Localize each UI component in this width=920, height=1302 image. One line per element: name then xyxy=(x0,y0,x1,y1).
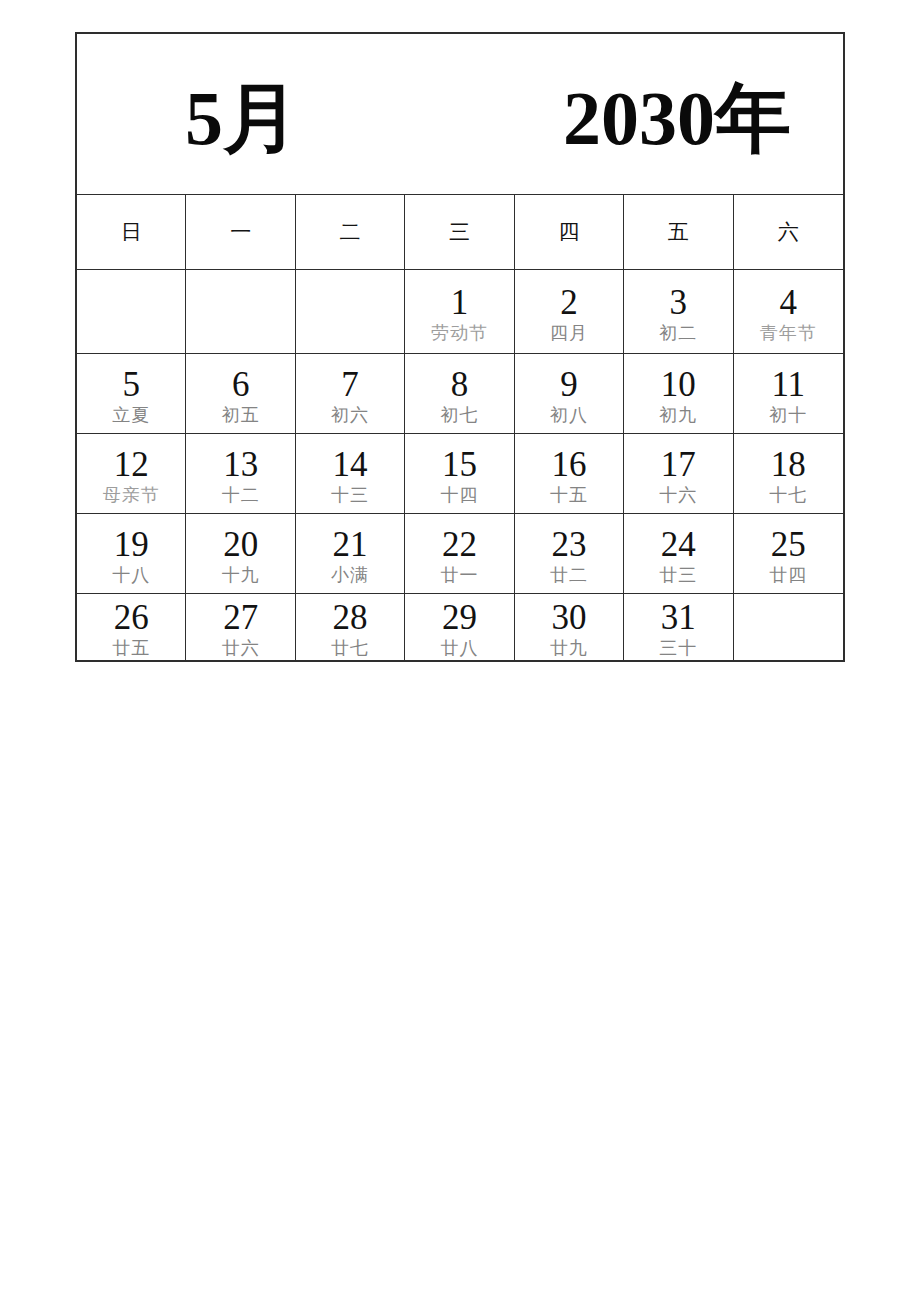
lunar-date-label: 初二 xyxy=(659,323,697,344)
day-cell-20: 20十九 xyxy=(186,514,295,593)
week-row-5: 26廿五27廿六28廿七29廿八30廿九31三十 xyxy=(77,594,843,660)
festival-label: 青年节 xyxy=(760,323,817,344)
lunar-date-label: 廿二 xyxy=(550,565,588,586)
weekday-tue: 二 xyxy=(296,195,405,269)
day-number: 19 xyxy=(114,527,149,563)
day-cell-16: 16十五 xyxy=(515,434,624,513)
day-number: 30 xyxy=(551,600,586,636)
day-number: 8 xyxy=(451,367,469,403)
day-number: 2 xyxy=(560,285,578,321)
lunar-date-label: 廿七 xyxy=(331,638,369,659)
day-cell-6: 6初五 xyxy=(186,354,295,433)
day-cell-empty xyxy=(734,594,843,660)
lunar-date-label: 廿一 xyxy=(440,565,478,586)
day-cell-3: 3初二 xyxy=(624,270,733,353)
day-cell-13: 13十二 xyxy=(186,434,295,513)
day-cell-empty xyxy=(186,270,295,353)
day-number: 9 xyxy=(560,367,578,403)
day-number: 29 xyxy=(442,600,477,636)
day-cell-23: 23廿二 xyxy=(515,514,624,593)
calendar-page: 5月 2030年 日一二三四五六 1劳动节2四月3初二4青年节5立夏6初五7初六… xyxy=(0,0,920,1302)
calendar-table: 5月 2030年 日一二三四五六 1劳动节2四月3初二4青年节5立夏6初五7初六… xyxy=(75,32,845,662)
lunar-date-label: 十二 xyxy=(222,485,260,506)
day-number: 11 xyxy=(771,367,805,403)
day-cell-1: 1劳动节 xyxy=(405,270,514,353)
lunar-date-label: 十八 xyxy=(112,565,150,586)
day-number: 6 xyxy=(232,367,250,403)
festival-label: 母亲节 xyxy=(103,485,160,506)
day-cell-10: 10初九 xyxy=(624,354,733,433)
day-cell-12: 12母亲节 xyxy=(77,434,186,513)
day-number: 18 xyxy=(771,447,806,483)
weekday-header-row: 日一二三四五六 xyxy=(77,195,843,270)
solar-term-label: 立夏 xyxy=(112,405,150,426)
day-cell-28: 28廿七 xyxy=(296,594,405,660)
day-number: 21 xyxy=(333,527,368,563)
weekday-thu: 四 xyxy=(515,195,624,269)
day-cell-7: 7初六 xyxy=(296,354,405,433)
day-number: 15 xyxy=(442,447,477,483)
lunar-date-label: 三十 xyxy=(659,638,697,659)
day-cell-empty xyxy=(296,270,405,353)
day-cell-8: 8初七 xyxy=(405,354,514,433)
weekday-sat: 六 xyxy=(734,195,843,269)
day-number: 16 xyxy=(551,447,586,483)
lunar-date-label: 初八 xyxy=(550,405,588,426)
day-number: 4 xyxy=(780,285,798,321)
lunar-date-label: 廿六 xyxy=(222,638,260,659)
weekday-wed: 三 xyxy=(405,195,514,269)
day-number: 13 xyxy=(223,447,258,483)
lunar-date-label: 廿八 xyxy=(440,638,478,659)
day-number: 27 xyxy=(223,600,258,636)
day-number: 5 xyxy=(122,367,140,403)
day-cell-empty xyxy=(77,270,186,353)
week-row-2: 5立夏6初五7初六8初七9初八10初九11初十 xyxy=(77,354,843,434)
day-number: 3 xyxy=(670,285,688,321)
lunar-date-label: 十六 xyxy=(659,485,697,506)
lunar-date-label: 廿三 xyxy=(659,565,697,586)
day-number: 7 xyxy=(341,367,359,403)
week-row-4: 19十八20十九21小满22廿一23廿二24廿三25廿四 xyxy=(77,514,843,594)
festival-label: 劳动节 xyxy=(431,323,488,344)
lunar-date-label: 十七 xyxy=(769,485,807,506)
day-cell-26: 26廿五 xyxy=(77,594,186,660)
year-title: 2030年 xyxy=(563,80,791,156)
day-cell-2: 2四月 xyxy=(515,270,624,353)
day-cell-24: 24廿三 xyxy=(624,514,733,593)
day-number: 14 xyxy=(333,447,368,483)
day-number: 20 xyxy=(223,527,258,563)
day-number: 26 xyxy=(114,600,149,636)
day-cell-31: 31三十 xyxy=(624,594,733,660)
week-row-3: 12母亲节13十二14十三15十四16十五17十六18十七 xyxy=(77,434,843,514)
day-number: 25 xyxy=(771,527,806,563)
lunar-date-label: 十五 xyxy=(550,485,588,506)
week-row-1: 1劳动节2四月3初二4青年节 xyxy=(77,270,843,354)
calendar-grid: 1劳动节2四月3初二4青年节5立夏6初五7初六8初七9初八10初九11初十12母… xyxy=(77,270,843,660)
calendar-title-row: 5月 2030年 xyxy=(77,34,843,195)
day-number: 24 xyxy=(661,527,696,563)
day-cell-15: 15十四 xyxy=(405,434,514,513)
day-cell-17: 17十六 xyxy=(624,434,733,513)
lunar-date-label: 初九 xyxy=(659,405,697,426)
lunar-date-label: 十四 xyxy=(440,485,478,506)
lunar-date-label: 廿四 xyxy=(769,565,807,586)
solar-term-label: 小满 xyxy=(331,565,369,586)
day-number: 31 xyxy=(661,600,696,636)
month-title: 5月 xyxy=(185,80,299,156)
lunar-date-label: 四月 xyxy=(550,323,588,344)
day-cell-21: 21小满 xyxy=(296,514,405,593)
day-number: 17 xyxy=(661,447,696,483)
day-cell-25: 25廿四 xyxy=(734,514,843,593)
day-cell-27: 27廿六 xyxy=(186,594,295,660)
lunar-date-label: 初七 xyxy=(440,405,478,426)
day-number: 28 xyxy=(333,600,368,636)
lunar-date-label: 十三 xyxy=(331,485,369,506)
lunar-date-label: 初五 xyxy=(222,405,260,426)
lunar-date-label: 廿五 xyxy=(112,638,150,659)
lunar-date-label: 十九 xyxy=(222,565,260,586)
day-cell-5: 5立夏 xyxy=(77,354,186,433)
day-cell-11: 11初十 xyxy=(734,354,843,433)
weekday-fri: 五 xyxy=(624,195,733,269)
lunar-date-label: 初十 xyxy=(769,405,807,426)
day-number: 1 xyxy=(451,285,469,321)
day-cell-18: 18十七 xyxy=(734,434,843,513)
day-cell-9: 9初八 xyxy=(515,354,624,433)
day-cell-19: 19十八 xyxy=(77,514,186,593)
lunar-date-label: 初六 xyxy=(331,405,369,426)
day-cell-22: 22廿一 xyxy=(405,514,514,593)
day-cell-4: 4青年节 xyxy=(734,270,843,353)
day-number: 23 xyxy=(551,527,586,563)
day-number: 22 xyxy=(442,527,477,563)
day-number: 12 xyxy=(114,447,149,483)
day-cell-14: 14十三 xyxy=(296,434,405,513)
day-cell-30: 30廿九 xyxy=(515,594,624,660)
day-cell-29: 29廿八 xyxy=(405,594,514,660)
day-number: 10 xyxy=(661,367,696,403)
weekday-sun: 日 xyxy=(77,195,186,269)
lunar-date-label: 廿九 xyxy=(550,638,588,659)
weekday-mon: 一 xyxy=(186,195,295,269)
